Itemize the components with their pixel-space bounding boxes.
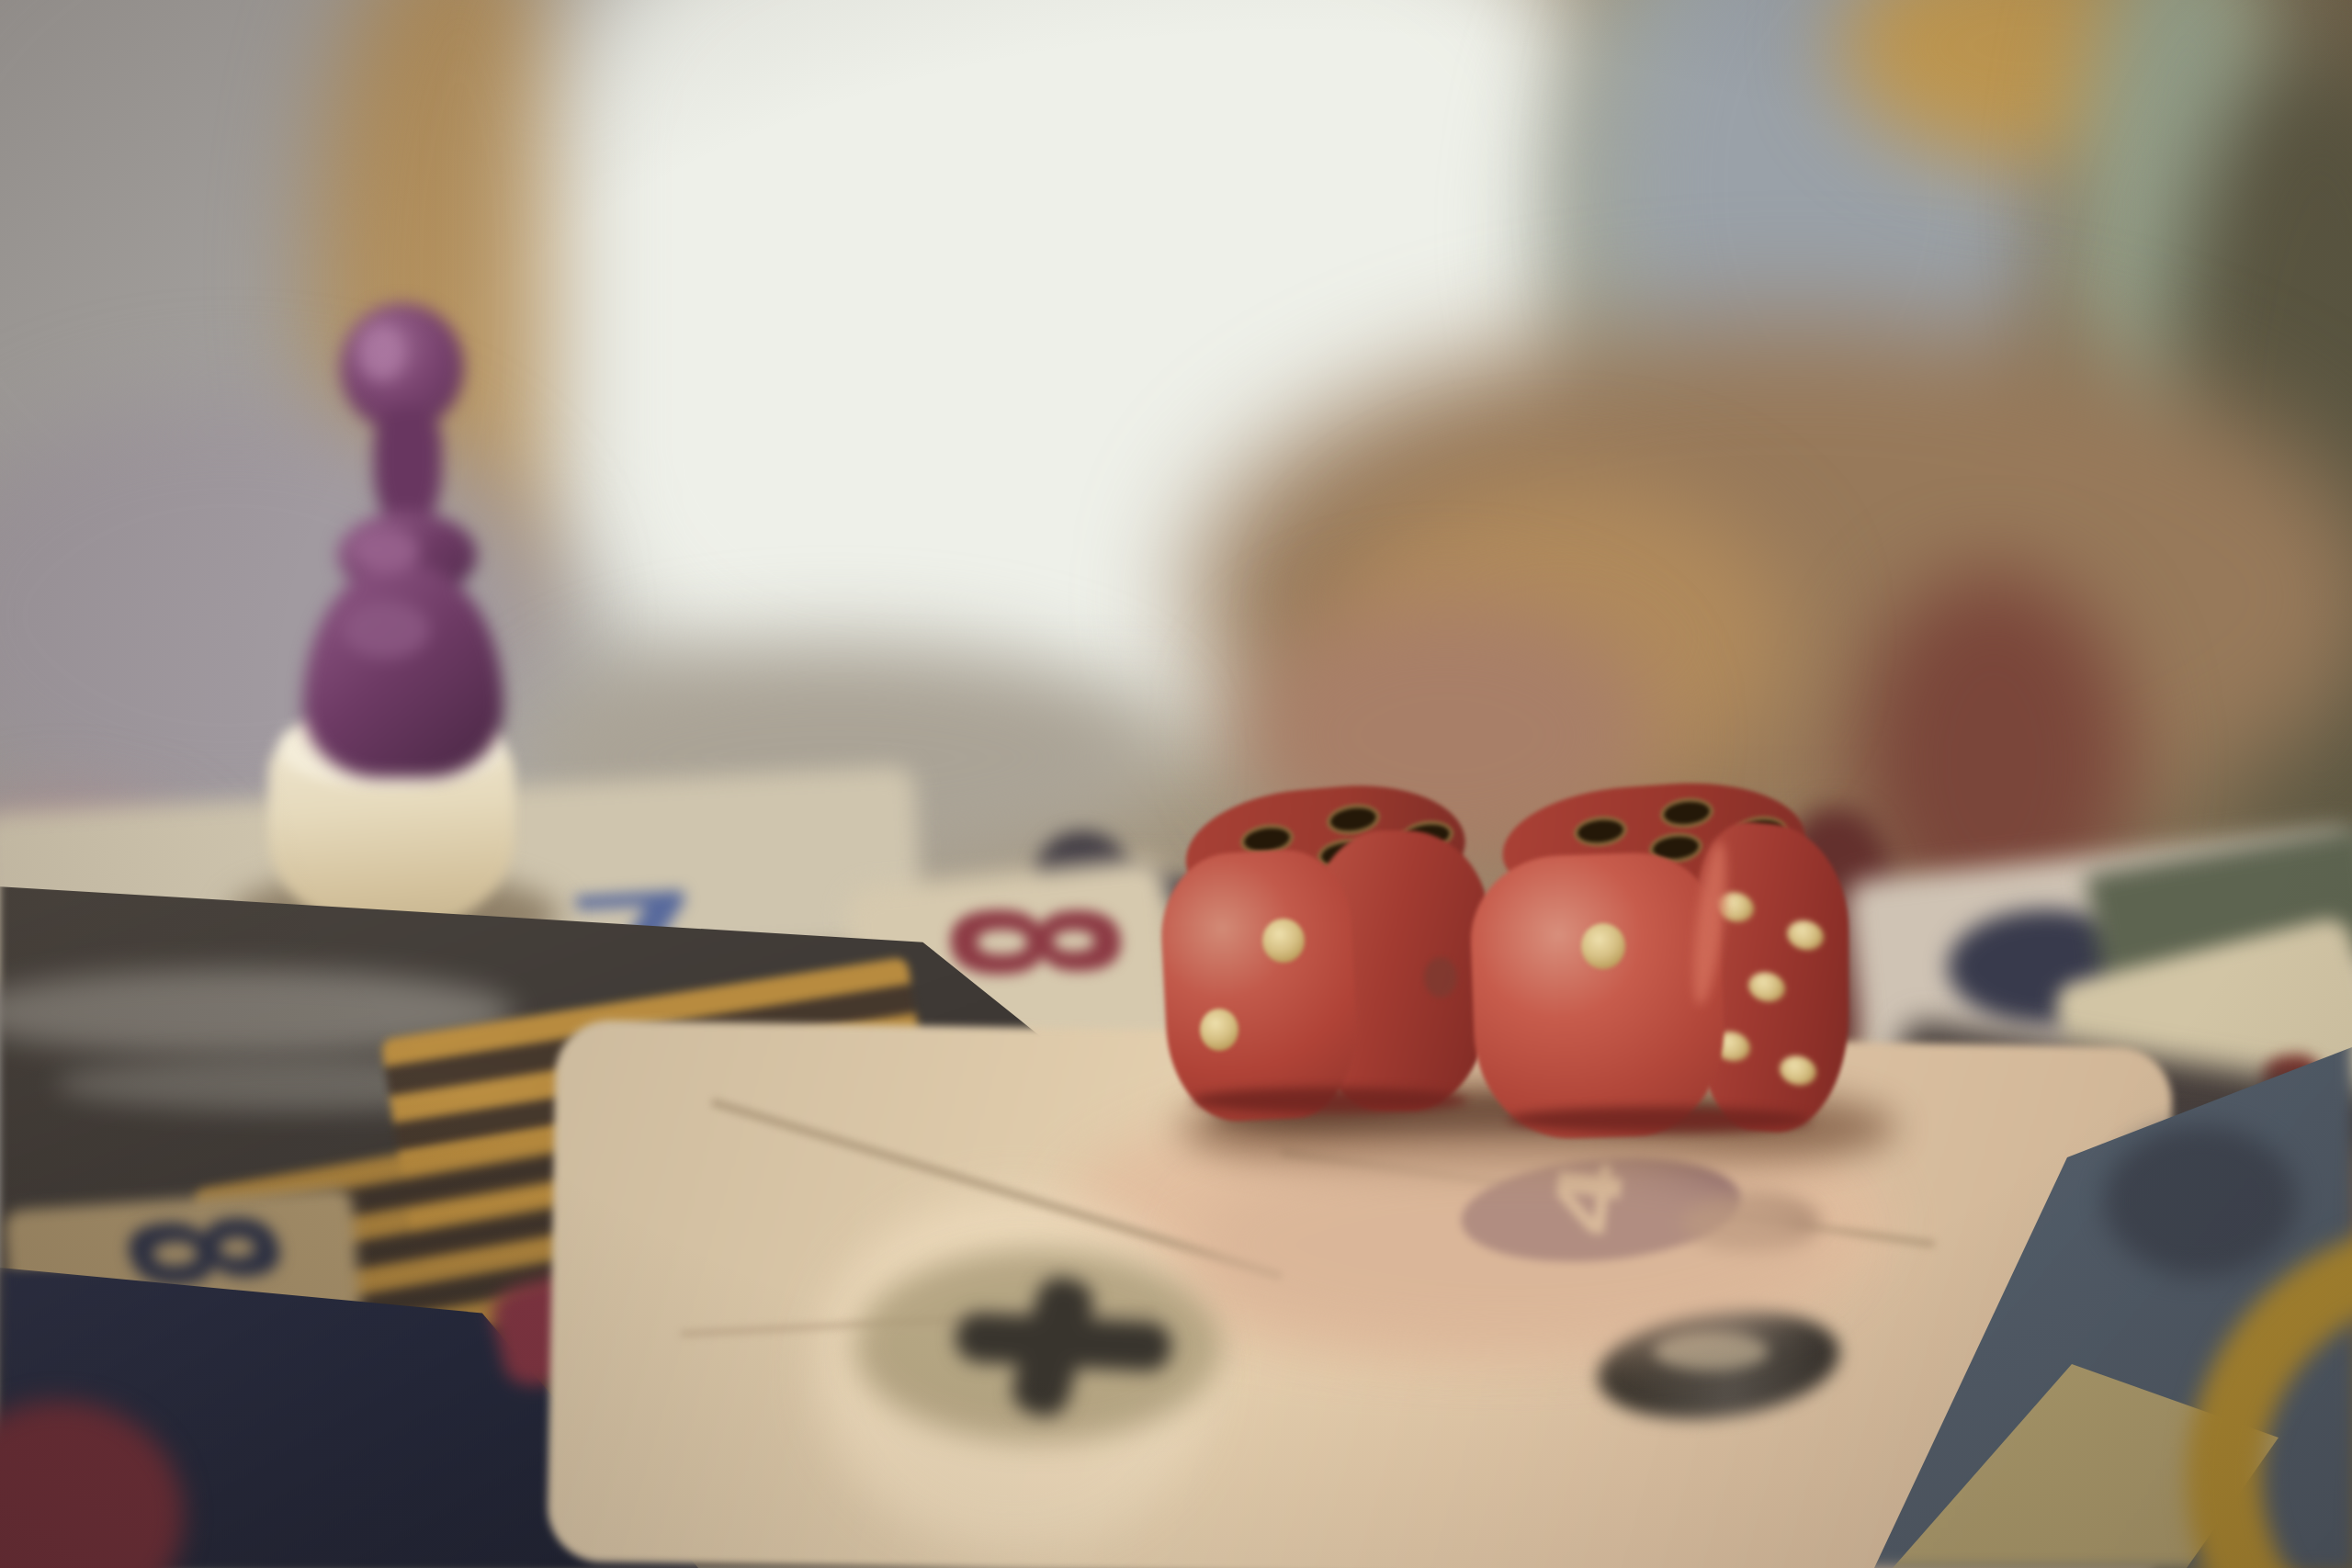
pawn-bell-glint [343, 602, 430, 659]
right-die-five-pip-2 [1787, 919, 1824, 951]
board-game-photo: 7 8 8 [0, 0, 2352, 1568]
dice-reflection-warm [1194, 1139, 1837, 1350]
left-die-bottom-edge-shadow [1192, 1088, 1467, 1113]
plus-icon-dark [955, 1277, 1176, 1424]
right-die-five-pip-5 [1780, 1055, 1816, 1087]
pawn-head-glint [358, 324, 406, 381]
right-die[interactable] [1465, 776, 1856, 1139]
right-die-five-pip-3 [1748, 971, 1785, 1003]
right-die-front-face [1468, 850, 1728, 1141]
left-die-front-face [1158, 847, 1362, 1124]
pawn-collar-glint [354, 530, 420, 572]
pawn[interactable] [289, 299, 514, 758]
foreshortened-marker-shine [1654, 1332, 1769, 1371]
navy-blob-above-ring [2104, 1125, 2297, 1277]
pawn-bell-body [303, 565, 503, 778]
left-die-front-pip-2 [1200, 1009, 1238, 1051]
left-die-front-pip-1 [1262, 919, 1305, 963]
left-die-hidden-pip-mark [1424, 957, 1457, 998]
right-die-front-pip-1 [1581, 923, 1625, 969]
left-die[interactable] [1159, 783, 1495, 1118]
right-die-bottom-edge-shadow [1507, 1107, 1810, 1133]
